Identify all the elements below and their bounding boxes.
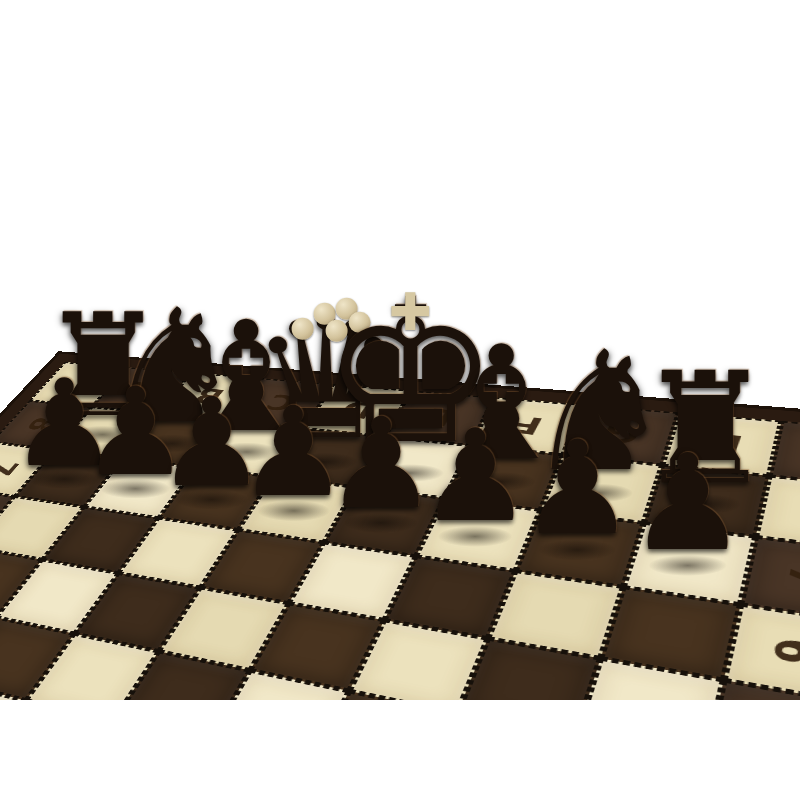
rank-label: 8: [792, 499, 800, 525]
dark-pawn[interactable]: ♟: [628, 437, 747, 570]
queen-crown-ball: [292, 318, 314, 340]
dark-pawn-glyph: ♟: [628, 437, 747, 570]
piece-shadow: [649, 555, 727, 577]
rank-label: 7: [779, 563, 800, 593]
dark-pawn[interactable]: ♟: [418, 413, 532, 540]
king-cross: ✚: [388, 287, 431, 339]
piece-shadow: [438, 526, 513, 547]
dark-pawn-glyph: ♟: [418, 413, 532, 540]
dark-pawn-glyph: ♟: [519, 425, 635, 555]
photo-crop-strip: [0, 700, 800, 800]
piece-shadow: [344, 513, 418, 534]
chess-set-photo: ABCDEFGH8877665544332211ABCDEFGH ♜♞♝♛♚✚♝…: [0, 0, 800, 800]
dark-pawn[interactable]: ♟: [519, 425, 635, 555]
rank-label: 6: [764, 635, 800, 670]
